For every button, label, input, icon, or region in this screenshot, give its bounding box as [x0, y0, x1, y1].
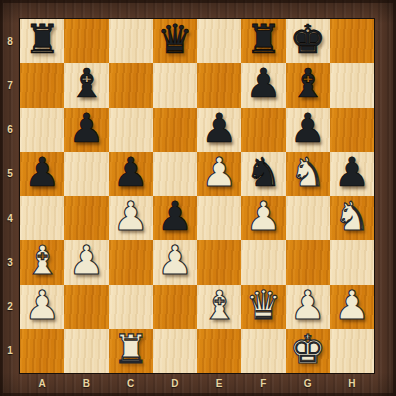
square-a1[interactable]	[20, 329, 64, 373]
square-g4[interactable]	[286, 196, 330, 240]
file-label-f: F	[241, 373, 285, 393]
black-queen[interactable]: ♛	[157, 19, 193, 59]
black-knight[interactable]: ♞	[245, 152, 281, 192]
square-g3[interactable]	[286, 240, 330, 284]
white-king[interactable]: ♚	[290, 329, 326, 369]
rank-label-7: 7	[0, 63, 20, 107]
square-d4[interactable]: ♟	[153, 196, 197, 240]
square-a7[interactable]	[20, 63, 64, 107]
square-d7[interactable]	[153, 63, 197, 107]
square-b3[interactable]: ♟	[64, 240, 108, 284]
white-knight[interactable]: ♞	[334, 196, 370, 236]
file-label-g: G	[286, 373, 330, 393]
square-c5[interactable]: ♟	[109, 152, 153, 196]
white-rook[interactable]: ♜	[113, 329, 149, 369]
black-bishop[interactable]: ♝	[68, 63, 104, 103]
square-e1[interactable]	[197, 329, 241, 373]
square-e4[interactable]	[197, 196, 241, 240]
file-labels: ABCDEFGH	[20, 373, 374, 393]
white-pawn[interactable]: ♟	[334, 285, 370, 325]
file-label-d: D	[153, 373, 197, 393]
black-pawn[interactable]: ♟	[157, 196, 193, 236]
square-c8[interactable]	[109, 19, 153, 63]
rank-labels: 87654321	[0, 19, 20, 373]
white-pawn[interactable]: ♟	[201, 152, 237, 192]
square-g1[interactable]: ♚	[286, 329, 330, 373]
square-g2[interactable]: ♟	[286, 285, 330, 329]
square-b4[interactable]	[64, 196, 108, 240]
black-king[interactable]: ♚	[290, 19, 326, 59]
white-knight[interactable]: ♞	[290, 152, 326, 192]
black-pawn[interactable]: ♟	[290, 108, 326, 148]
rank-label-3: 3	[0, 240, 20, 284]
file-label-e: E	[197, 373, 241, 393]
square-c3[interactable]	[109, 240, 153, 284]
square-h5[interactable]: ♟	[330, 152, 374, 196]
square-a4[interactable]	[20, 196, 64, 240]
rank-label-4: 4	[0, 196, 20, 240]
square-c7[interactable]	[109, 63, 153, 107]
square-g7[interactable]: ♝	[286, 63, 330, 107]
square-d3[interactable]: ♟	[153, 240, 197, 284]
square-f7[interactable]: ♟	[241, 63, 285, 107]
white-pawn[interactable]: ♟	[24, 285, 60, 325]
black-pawn[interactable]: ♟	[245, 63, 281, 103]
black-pawn[interactable]: ♟	[68, 108, 104, 148]
square-a2[interactable]: ♟	[20, 285, 64, 329]
square-g6[interactable]: ♟	[286, 108, 330, 152]
square-d6[interactable]	[153, 108, 197, 152]
square-a8[interactable]: ♜	[20, 19, 64, 63]
square-f2[interactable]: ♛	[241, 285, 285, 329]
square-c6[interactable]	[109, 108, 153, 152]
square-d5[interactable]	[153, 152, 197, 196]
file-label-a: A	[20, 373, 64, 393]
square-d1[interactable]	[153, 329, 197, 373]
rank-label-5: 5	[0, 152, 20, 196]
square-f4[interactable]: ♟	[241, 196, 285, 240]
file-label-h: H	[330, 373, 374, 393]
square-e2[interactable]: ♝	[197, 285, 241, 329]
square-e3[interactable]	[197, 240, 241, 284]
square-h1[interactable]	[330, 329, 374, 373]
square-e7[interactable]	[197, 63, 241, 107]
white-bishop[interactable]: ♝	[24, 240, 60, 280]
square-b1[interactable]	[64, 329, 108, 373]
black-pawn[interactable]: ♟	[334, 152, 370, 192]
black-bishop[interactable]: ♝	[290, 63, 326, 103]
square-d8[interactable]: ♛	[153, 19, 197, 63]
white-pawn[interactable]: ♟	[68, 240, 104, 280]
square-b8[interactable]	[64, 19, 108, 63]
square-h6[interactable]	[330, 108, 374, 152]
file-label-c: C	[109, 373, 153, 393]
square-f5[interactable]: ♞	[241, 152, 285, 196]
white-queen[interactable]: ♛	[245, 285, 281, 325]
square-c4[interactable]: ♟	[109, 196, 153, 240]
square-g5[interactable]: ♞	[286, 152, 330, 196]
rank-label-1: 1	[0, 329, 20, 373]
square-f3[interactable]	[241, 240, 285, 284]
white-pawn[interactable]: ♟	[245, 196, 281, 236]
square-f8[interactable]: ♜	[241, 19, 285, 63]
black-pawn[interactable]: ♟	[24, 152, 60, 192]
square-g8[interactable]: ♚	[286, 19, 330, 63]
chess-board[interactable]: ♜♛♜♚♝♟♝♟♟♟♟♟♟♞♞♟♟♟♟♞♝♟♟♟♝♛♟♟♜♚	[20, 19, 374, 373]
square-h2[interactable]: ♟	[330, 285, 374, 329]
square-c1[interactable]: ♜	[109, 329, 153, 373]
square-b7[interactable]: ♝	[64, 63, 108, 107]
square-a5[interactable]: ♟	[20, 152, 64, 196]
square-e8[interactable]	[197, 19, 241, 63]
square-e6[interactable]: ♟	[197, 108, 241, 152]
black-rook[interactable]: ♜	[24, 19, 60, 59]
square-b2[interactable]	[64, 285, 108, 329]
square-a6[interactable]	[20, 108, 64, 152]
file-label-b: B	[64, 373, 108, 393]
square-f6[interactable]	[241, 108, 285, 152]
rank-label-6: 6	[0, 108, 20, 152]
square-d2[interactable]	[153, 285, 197, 329]
black-pawn[interactable]: ♟	[201, 108, 237, 148]
black-rook[interactable]: ♜	[245, 19, 281, 59]
square-h8[interactable]	[330, 19, 374, 63]
white-pawn[interactable]: ♟	[113, 196, 149, 236]
square-b6[interactable]: ♟	[64, 108, 108, 152]
white-pawn[interactable]: ♟	[157, 240, 193, 280]
square-e5[interactable]: ♟	[197, 152, 241, 196]
square-h4[interactable]: ♞	[330, 196, 374, 240]
board-frame: 87654321 ♜♛♜♚♝♟♝♟♟♟♟♟♟♞♞♟♟♟♟♞♝♟♟♟♝♛♟♟♜♚ …	[0, 0, 396, 396]
square-a3[interactable]: ♝	[20, 240, 64, 284]
black-pawn[interactable]: ♟	[113, 152, 149, 192]
square-c2[interactable]	[109, 285, 153, 329]
rank-label-8: 8	[0, 19, 20, 63]
square-f1[interactable]	[241, 329, 285, 373]
rank-label-2: 2	[0, 285, 20, 329]
white-pawn[interactable]: ♟	[290, 285, 326, 325]
white-bishop[interactable]: ♝	[201, 285, 237, 325]
square-h7[interactable]	[330, 63, 374, 107]
square-h3[interactable]	[330, 240, 374, 284]
square-b5[interactable]	[64, 152, 108, 196]
